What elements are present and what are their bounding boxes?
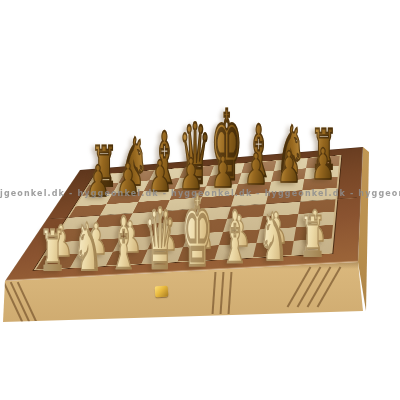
white-rook: ♜ (39, 244, 66, 274)
white-knight: ♞ (259, 229, 289, 262)
black-pawn: ♟ (244, 160, 267, 186)
white-rook: ♜ (299, 229, 326, 259)
piece-glyph: ♞ (73, 214, 103, 280)
piece-glyph: ♟ (277, 145, 301, 188)
white-knight: ♞ (73, 239, 103, 272)
piece-glyph: ♟ (310, 143, 334, 186)
piece-glyph: ♟ (211, 150, 235, 193)
piece-glyph: ♟ (244, 148, 268, 191)
piece-glyph: ♝ (221, 202, 249, 273)
piece-glyph: ♜ (39, 224, 66, 280)
chess-set-product-photo: ♜♞♝♛♚♝♞♜♟♟♟♟♟♟♟♟♟♟♟♟♟♟♟♟♜♞♝♛♚♝♞♜ jgeonke… (0, 0, 400, 400)
white-bishop: ♝ (221, 233, 249, 264)
black-pawn: ♟ (212, 163, 235, 189)
watermark-text: jgeonkel.dk - hyggeonkel.dk - hyggeonkel… (0, 189, 400, 199)
white-king: ♚ (181, 232, 212, 267)
piece-glyph: ♚ (181, 185, 212, 281)
white-bishop: ♝ (110, 239, 138, 270)
black-pawn: ♟ (277, 158, 300, 184)
piece-glyph: ♝ (110, 208, 138, 279)
piece-glyph: ♞ (259, 204, 289, 270)
pieces-layer: ♜♞♝♛♚♝♞♜♟♟♟♟♟♟♟♟♟♟♟♟♟♟♟♟♜♞♝♛♚♝♞♜ (0, 0, 400, 400)
piece-glyph: ♜ (299, 209, 326, 265)
white-queen: ♛ (145, 234, 175, 268)
piece-glyph: ♛ (144, 197, 176, 280)
black-pawn: ♟ (311, 155, 334, 181)
